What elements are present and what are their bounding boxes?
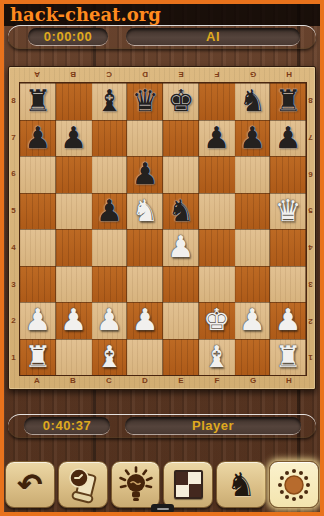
coord-label: 7: [306, 119, 315, 156]
white-pawn-h2[interactable]: ♟: [275, 302, 302, 338]
square-f2[interactable]: ♚: [199, 302, 235, 339]
square-g5[interactable]: [235, 193, 271, 230]
square-b5[interactable]: [56, 193, 92, 230]
opponent-name-display: AI: [126, 28, 300, 45]
knight-icon: ♞: [226, 467, 256, 503]
square-g6[interactable]: [235, 156, 271, 193]
square-f3[interactable]: [199, 266, 235, 303]
square-a4[interactable]: [20, 229, 56, 266]
site-watermark-banner: hack-cheat.org: [4, 4, 320, 26]
square-a8[interactable]: ♜: [20, 83, 56, 120]
rank-labels-left: 87654321: [9, 82, 18, 376]
coord-label: E: [163, 374, 199, 389]
coord-label: D: [127, 67, 163, 81]
square-f7[interactable]: ♟: [199, 120, 235, 157]
square-e4[interactable]: ♟: [163, 229, 199, 266]
square-d4[interactable]: [127, 229, 163, 266]
square-c2[interactable]: ♟: [92, 302, 128, 339]
black-bishop-c8[interactable]: ♝: [96, 83, 123, 119]
square-g8[interactable]: ♞: [235, 83, 271, 120]
coord-label: C: [91, 374, 127, 389]
square-g3[interactable]: [235, 266, 271, 303]
square-h1[interactable]: ♜: [270, 339, 306, 376]
move-list-button[interactable]: [58, 461, 108, 508]
coord-label: D: [127, 374, 163, 389]
square-d3[interactable]: [127, 266, 163, 303]
undo-arrow-icon: ↶: [17, 470, 42, 500]
white-pawn-d2[interactable]: ♟: [132, 302, 159, 338]
black-queen-d8[interactable]: ♛: [132, 83, 159, 119]
square-a5[interactable]: [20, 193, 56, 230]
white-knight-d5[interactable]: ♞: [132, 193, 159, 229]
square-f5[interactable]: [199, 193, 235, 230]
coord-label: G: [235, 374, 271, 389]
square-e2[interactable]: [163, 302, 199, 339]
bottom-handle-notch[interactable]: [151, 504, 174, 513]
white-rook-h1[interactable]: ♜: [275, 339, 302, 375]
coord-label: G: [235, 67, 271, 81]
opponent-name: AI: [206, 29, 220, 45]
square-b3[interactable]: [56, 266, 92, 303]
dotted-circle-icon: [274, 465, 314, 505]
piece-style-button[interactable]: ♞: [216, 461, 266, 508]
square-f1[interactable]: ♝: [199, 339, 235, 376]
black-pawn-a7[interactable]: ♟: [24, 120, 51, 156]
coord-label: 2: [9, 303, 18, 340]
coord-label: E: [163, 67, 199, 81]
opponent-time: 0:00:00: [44, 29, 92, 45]
square-b6[interactable]: [56, 156, 92, 193]
coord-label: 3: [306, 266, 315, 303]
square-b2[interactable]: ♟: [56, 302, 92, 339]
square-h6[interactable]: [270, 156, 306, 193]
black-rook-a8[interactable]: ♜: [24, 83, 51, 119]
square-a7[interactable]: ♟: [20, 120, 56, 157]
square-c3[interactable]: [92, 266, 128, 303]
rank-labels-right: 87654321: [306, 82, 315, 376]
opponent-clock-bar: 0:00:00 AI: [8, 25, 316, 49]
square-g2[interactable]: ♟: [235, 302, 271, 339]
lightbulb-icon: [116, 465, 156, 505]
options-button[interactable]: [269, 461, 319, 508]
square-h4[interactable]: [270, 229, 306, 266]
player-clock-bar: 0:40:37 Player: [8, 414, 316, 438]
coord-label: B: [55, 374, 91, 389]
black-rook-h8[interactable]: ♜: [275, 83, 302, 119]
square-a2[interactable]: ♟: [20, 302, 56, 339]
square-a1[interactable]: ♜: [20, 339, 56, 376]
file-labels-bottom: ABCDEFGH: [19, 374, 307, 389]
white-pawn-b2[interactable]: ♟: [60, 302, 87, 338]
coord-label: 6: [306, 156, 315, 193]
coord-label: H: [271, 67, 307, 81]
white-king-f2[interactable]: ♚: [203, 302, 230, 338]
black-pawn-f7[interactable]: ♟: [203, 120, 230, 156]
square-a3[interactable]: [20, 266, 56, 303]
square-h5[interactable]: ♛: [270, 193, 306, 230]
coord-label: 4: [306, 229, 315, 266]
black-knight-e5[interactable]: ♞: [167, 193, 194, 229]
black-pawn-d6[interactable]: ♟: [132, 156, 159, 192]
board-style-button[interactable]: [163, 461, 213, 508]
black-knight-g8[interactable]: ♞: [239, 83, 266, 119]
bottom-toolbar: ↶: [4, 461, 320, 509]
black-pawn-c5[interactable]: ♟: [96, 193, 123, 229]
square-b8[interactable]: [56, 83, 92, 120]
square-g7[interactable]: ♟: [235, 120, 271, 157]
player-time: 0:40:37: [43, 418, 91, 434]
square-e3[interactable]: [163, 266, 199, 303]
hint-button[interactable]: [111, 461, 161, 508]
coord-label: 8: [9, 82, 18, 119]
white-bishop-f1[interactable]: ♝: [203, 339, 230, 375]
square-h8[interactable]: ♜: [270, 83, 306, 120]
square-f6[interactable]: [199, 156, 235, 193]
white-rook-a1[interactable]: ♜: [24, 339, 51, 375]
square-e8[interactable]: ♚: [163, 83, 199, 120]
black-king-e8[interactable]: ♚: [167, 83, 194, 119]
square-c1[interactable]: ♝: [92, 339, 128, 376]
chess-app-screen: hack-cheat.org 0:00:00 AI ABCDEFGH ABCDE…: [0, 0, 324, 516]
checkerboard-icon: [174, 470, 203, 499]
coord-label: 8: [306, 82, 315, 119]
coord-label: 3: [9, 266, 18, 303]
square-c7[interactable]: [92, 120, 128, 157]
square-d7[interactable]: [127, 120, 163, 157]
square-d6[interactable]: ♟: [127, 156, 163, 193]
coord-label: 4: [9, 229, 18, 266]
square-a6[interactable]: [20, 156, 56, 193]
board-grid: ♜♝♛♚♞♜♟♟♟♟♟♟♟♞♞♛♟♟♟♟♟♚♟♟♜♝♝♜: [19, 82, 307, 376]
coord-label: C: [91, 67, 127, 81]
coord-label: F: [199, 67, 235, 81]
opponent-clock-display: 0:00:00: [28, 28, 108, 45]
square-h3[interactable]: [270, 266, 306, 303]
square-b4[interactable]: [56, 229, 92, 266]
chess-board: ABCDEFGH ABCDEFGH 87654321 87654321 ♜♝♛♚…: [8, 66, 316, 390]
black-pawn-g7[interactable]: ♟: [239, 120, 266, 156]
coord-label: F: [199, 374, 235, 389]
square-c6[interactable]: [92, 156, 128, 193]
square-e6[interactable]: [163, 156, 199, 193]
square-f8[interactable]: [199, 83, 235, 120]
square-d8[interactable]: ♛: [127, 83, 163, 120]
coord-label: 2: [306, 303, 315, 340]
player-clock-display: 0:40:37: [24, 417, 110, 434]
square-e7[interactable]: [163, 120, 199, 157]
white-bishop-c1[interactable]: ♝: [96, 339, 123, 375]
scroll-clock-icon: [63, 465, 103, 505]
player-name: Player: [192, 418, 234, 434]
black-pawn-h7[interactable]: ♟: [275, 120, 302, 156]
square-g4[interactable]: [235, 229, 271, 266]
coord-label: 5: [9, 192, 18, 229]
square-b1[interactable]: [56, 339, 92, 376]
coord-label: A: [19, 67, 55, 81]
white-queen-h5[interactable]: ♛: [275, 193, 302, 229]
file-labels-top: ABCDEFGH: [19, 67, 307, 81]
square-f4[interactable]: [199, 229, 235, 266]
coord-label: 1: [306, 339, 315, 376]
coord-label: 6: [9, 156, 18, 193]
coord-label: A: [19, 374, 55, 389]
white-pawn-g2[interactable]: ♟: [239, 302, 266, 338]
coord-label: 7: [9, 119, 18, 156]
square-h2[interactable]: ♟: [270, 302, 306, 339]
coord-label: 5: [306, 192, 315, 229]
square-c5[interactable]: ♟: [92, 193, 128, 230]
undo-button[interactable]: ↶: [5, 461, 55, 508]
square-h7[interactable]: ♟: [270, 120, 306, 157]
white-pawn-e4[interactable]: ♟: [167, 229, 194, 265]
square-b7[interactable]: ♟: [56, 120, 92, 157]
site-watermark-text: hack-cheat.org: [4, 5, 161, 25]
coord-label: 1: [9, 339, 18, 376]
square-c4[interactable]: [92, 229, 128, 266]
player-name-display: Player: [125, 417, 301, 434]
white-pawn-c2[interactable]: ♟: [96, 302, 123, 338]
square-d2[interactable]: ♟: [127, 302, 163, 339]
black-pawn-b7[interactable]: ♟: [60, 120, 87, 156]
square-e5[interactable]: ♞: [163, 193, 199, 230]
square-g1[interactable]: [235, 339, 271, 376]
coord-label: B: [55, 67, 91, 81]
square-c8[interactable]: ♝: [92, 83, 128, 120]
square-d5[interactable]: ♞: [127, 193, 163, 230]
square-d1[interactable]: [127, 339, 163, 376]
square-e1[interactable]: [163, 339, 199, 376]
white-pawn-a2[interactable]: ♟: [24, 302, 51, 338]
coord-label: H: [271, 374, 307, 389]
